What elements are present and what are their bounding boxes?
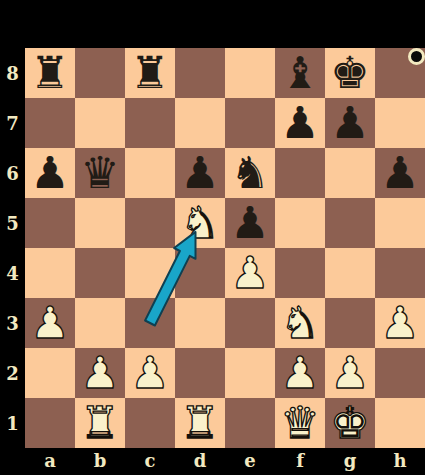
square-d2[interactable] (175, 348, 225, 398)
square-d3[interactable] (175, 298, 225, 348)
rank-label-4: 4 (0, 248, 25, 298)
square-b1[interactable]: ♜ (75, 398, 125, 448)
rank-labels: 87654321 (0, 48, 25, 448)
square-g7[interactable]: ♟ (325, 98, 375, 148)
square-a7[interactable] (25, 98, 75, 148)
square-h5[interactable] (375, 198, 425, 248)
square-e1[interactable] (225, 398, 275, 448)
square-c1[interactable] (125, 398, 175, 448)
square-b8[interactable] (75, 48, 125, 98)
square-f6[interactable] (275, 148, 325, 198)
rank-label-1: 1 (0, 398, 25, 448)
square-b3[interactable] (75, 298, 125, 348)
square-h4[interactable] (375, 248, 425, 298)
square-d8[interactable] (175, 48, 225, 98)
piece-black-pawn-h6: ♟ (375, 148, 425, 198)
piece-black-bishop-f8: ♝ (275, 48, 325, 98)
piece-white-knight-f3: ♞ (275, 298, 325, 348)
piece-white-pawn-a3: ♟ (25, 298, 75, 348)
file-label-c: c (125, 448, 175, 475)
piece-white-pawn-c2: ♟ (125, 348, 175, 398)
rank-label-8: 8 (0, 48, 25, 98)
square-e5[interactable]: ♟ (225, 198, 275, 248)
square-h2[interactable] (375, 348, 425, 398)
square-d6[interactable]: ♟ (175, 148, 225, 198)
board: ♜♜♝♚♟♟♟♛♟♞♟♞♟♟♟♞♟♟♟♟♟♜♜♛♚ (25, 48, 425, 448)
square-d4[interactable] (175, 248, 225, 298)
square-a3[interactable]: ♟ (25, 298, 75, 348)
square-f7[interactable]: ♟ (275, 98, 325, 148)
square-a5[interactable] (25, 198, 75, 248)
square-f4[interactable] (275, 248, 325, 298)
square-f3[interactable]: ♞ (275, 298, 325, 348)
piece-black-pawn-e5: ♟ (225, 198, 275, 248)
piece-black-pawn-f7: ♟ (275, 98, 325, 148)
rank-label-7: 7 (0, 98, 25, 148)
piece-black-knight-e6: ♞ (225, 148, 275, 198)
square-c4[interactable] (125, 248, 175, 298)
square-f8[interactable]: ♝ (275, 48, 325, 98)
rank-label-2: 2 (0, 348, 25, 398)
piece-black-rook-a8: ♜ (25, 48, 75, 98)
square-b7[interactable] (75, 98, 125, 148)
square-g8[interactable]: ♚ (325, 48, 375, 98)
square-h1[interactable] (375, 398, 425, 448)
square-g6[interactable] (325, 148, 375, 198)
piece-white-rook-d1: ♜ (175, 398, 225, 448)
piece-white-pawn-f2: ♟ (275, 348, 325, 398)
rank-label-3: 3 (0, 298, 25, 348)
square-g4[interactable] (325, 248, 375, 298)
rank-label-6: 6 (0, 148, 25, 198)
square-e8[interactable] (225, 48, 275, 98)
square-g3[interactable] (325, 298, 375, 348)
file-label-e: e (225, 448, 275, 475)
square-h8[interactable] (375, 48, 425, 98)
square-a4[interactable] (25, 248, 75, 298)
piece-black-rook-c8: ♜ (125, 48, 175, 98)
square-c5[interactable] (125, 198, 175, 248)
square-h3[interactable]: ♟ (375, 298, 425, 348)
piece-white-rook-b1: ♜ (75, 398, 125, 448)
square-f5[interactable] (275, 198, 325, 248)
piece-white-pawn-h3: ♟ (375, 298, 425, 348)
square-a2[interactable] (25, 348, 75, 398)
square-e6[interactable]: ♞ (225, 148, 275, 198)
piece-black-king-g8: ♚ (325, 48, 375, 98)
square-c2[interactable]: ♟ (125, 348, 175, 398)
piece-white-king-g1: ♚ (325, 398, 375, 448)
square-e2[interactable] (225, 348, 275, 398)
square-h7[interactable] (375, 98, 425, 148)
square-g2[interactable]: ♟ (325, 348, 375, 398)
chess-diagram: 87654321 ♜♜♝♚♟♟♟♛♟♞♟♞♟♟♟♞♟♟♟♟♟♜♜♛♚ abcde… (0, 0, 425, 475)
square-d1[interactable]: ♜ (175, 398, 225, 448)
square-a1[interactable] (25, 398, 75, 448)
square-a8[interactable]: ♜ (25, 48, 75, 98)
file-label-f: f (275, 448, 325, 475)
square-e3[interactable] (225, 298, 275, 348)
square-d7[interactable] (175, 98, 225, 148)
square-b2[interactable]: ♟ (75, 348, 125, 398)
file-labels: abcdefgh (25, 448, 425, 475)
square-c6[interactable] (125, 148, 175, 198)
square-c3[interactable] (125, 298, 175, 348)
piece-black-pawn-d6: ♟ (175, 148, 225, 198)
rank-label-5: 5 (0, 198, 25, 248)
file-label-a: a (25, 448, 75, 475)
square-g5[interactable] (325, 198, 375, 248)
piece-black-queen-b6: ♛ (75, 148, 125, 198)
square-g1[interactable]: ♚ (325, 398, 375, 448)
piece-black-pawn-a6: ♟ (25, 148, 75, 198)
file-label-h: h (375, 448, 425, 475)
square-b4[interactable] (75, 248, 125, 298)
square-c7[interactable] (125, 98, 175, 148)
square-d5[interactable]: ♞ (175, 198, 225, 248)
square-c8[interactable]: ♜ (125, 48, 175, 98)
square-a6[interactable]: ♟ (25, 148, 75, 198)
square-b5[interactable] (75, 198, 125, 248)
square-e7[interactable] (225, 98, 275, 148)
square-h6[interactable]: ♟ (375, 148, 425, 198)
piece-white-pawn-e4: ♟ (225, 248, 275, 298)
piece-black-pawn-g7: ♟ (325, 98, 375, 148)
file-label-b: b (75, 448, 125, 475)
piece-white-queen-f1: ♛ (275, 398, 325, 448)
piece-white-knight-d5: ♞ (175, 198, 225, 248)
square-e4[interactable]: ♟ (225, 248, 275, 298)
square-b6[interactable]: ♛ (75, 148, 125, 198)
square-f2[interactable]: ♟ (275, 348, 325, 398)
file-label-g: g (325, 448, 375, 475)
square-f1[interactable]: ♛ (275, 398, 325, 448)
file-label-d: d (175, 448, 225, 475)
piece-white-pawn-g2: ♟ (325, 348, 375, 398)
piece-white-pawn-b2: ♟ (75, 348, 125, 398)
